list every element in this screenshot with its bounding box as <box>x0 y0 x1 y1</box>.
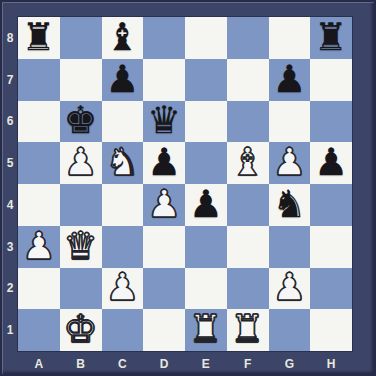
piece-white-pawn[interactable]: ♟ <box>272 143 306 181</box>
file-label-d: D <box>143 353 185 374</box>
square-e7[interactable] <box>185 59 227 101</box>
square-g1[interactable] <box>269 309 311 351</box>
square-c6[interactable] <box>102 101 144 143</box>
piece-black-pawn[interactable]: ♟ <box>147 143 181 181</box>
piece-black-queen[interactable]: ♛ <box>147 101 181 139</box>
square-b1[interactable]: ♚ <box>60 309 102 351</box>
square-e6[interactable] <box>185 101 227 143</box>
piece-black-king[interactable]: ♚ <box>64 101 98 139</box>
square-f1[interactable]: ♜ <box>227 309 269 351</box>
piece-white-knight[interactable]: ♞ <box>105 143 139 181</box>
piece-white-queen[interactable]: ♛ <box>64 227 98 265</box>
square-c5[interactable]: ♞ <box>102 142 144 184</box>
square-f6[interactable] <box>227 101 269 143</box>
piece-white-king[interactable]: ♚ <box>64 310 98 348</box>
square-c8[interactable]: ♝ <box>102 17 144 59</box>
square-b6[interactable]: ♚ <box>60 101 102 143</box>
square-d2[interactable] <box>143 268 185 310</box>
piece-white-rook[interactable]: ♜ <box>231 310 265 348</box>
square-b4[interactable] <box>60 184 102 226</box>
square-g8[interactable] <box>269 17 311 59</box>
square-b5[interactable]: ♟ <box>60 142 102 184</box>
square-a3[interactable]: ♟ <box>18 226 60 268</box>
square-a6[interactable] <box>18 101 60 143</box>
square-e3[interactable] <box>185 226 227 268</box>
rank-label-1: 1 <box>2 309 18 351</box>
piece-black-rook[interactable]: ♜ <box>314 18 348 56</box>
square-b7[interactable] <box>60 59 102 101</box>
square-f7[interactable] <box>227 59 269 101</box>
piece-black-pawn[interactable]: ♟ <box>272 60 306 98</box>
file-label-g: G <box>269 353 311 374</box>
rank-label-4: 4 <box>2 184 18 226</box>
square-h6[interactable] <box>310 101 352 143</box>
square-g2[interactable]: ♟ <box>269 268 311 310</box>
chess-board-frame: ♜♝♜♟♟♚♛♟♞♟♝♟♟♟♟♞♟♛♟♟♚♜♜ 87654321ABCDEFGH <box>0 0 376 376</box>
square-e5[interactable] <box>185 142 227 184</box>
square-g6[interactable] <box>269 101 311 143</box>
square-d3[interactable] <box>143 226 185 268</box>
square-a5[interactable] <box>18 142 60 184</box>
square-d7[interactable] <box>143 59 185 101</box>
square-f5[interactable]: ♝ <box>227 142 269 184</box>
square-h1[interactable] <box>310 309 352 351</box>
square-c7[interactable]: ♟ <box>102 59 144 101</box>
square-c4[interactable] <box>102 184 144 226</box>
square-a7[interactable] <box>18 59 60 101</box>
rank-label-7: 7 <box>2 59 18 101</box>
chess-board: ♜♝♜♟♟♚♛♟♞♟♝♟♟♟♟♞♟♛♟♟♚♜♜ <box>18 17 352 351</box>
square-f3[interactable] <box>227 226 269 268</box>
piece-black-knight[interactable]: ♞ <box>272 185 306 223</box>
piece-black-bishop[interactable]: ♝ <box>105 18 139 56</box>
file-label-a: A <box>18 353 60 374</box>
square-f8[interactable] <box>227 17 269 59</box>
square-a8[interactable]: ♜ <box>18 17 60 59</box>
square-g4[interactable]: ♞ <box>269 184 311 226</box>
square-d8[interactable] <box>143 17 185 59</box>
square-g5[interactable]: ♟ <box>269 142 311 184</box>
square-h3[interactable] <box>310 226 352 268</box>
square-a1[interactable] <box>18 309 60 351</box>
file-label-f: F <box>227 353 269 374</box>
file-label-h: H <box>310 353 352 374</box>
piece-black-pawn[interactable]: ♟ <box>105 60 139 98</box>
piece-white-pawn[interactable]: ♟ <box>272 268 306 306</box>
rank-label-2: 2 <box>2 268 18 310</box>
square-a4[interactable] <box>18 184 60 226</box>
square-h5[interactable]: ♟ <box>310 142 352 184</box>
square-c3[interactable] <box>102 226 144 268</box>
file-label-c: C <box>102 353 144 374</box>
rank-label-6: 6 <box>2 101 18 143</box>
square-h4[interactable] <box>310 184 352 226</box>
rank-label-8: 8 <box>2 17 18 59</box>
square-b3[interactable]: ♛ <box>60 226 102 268</box>
square-b2[interactable] <box>60 268 102 310</box>
square-g3[interactable] <box>269 226 311 268</box>
piece-white-bishop[interactable]: ♝ <box>231 143 265 181</box>
square-h2[interactable] <box>310 268 352 310</box>
piece-black-pawn[interactable]: ♟ <box>314 143 348 181</box>
square-c1[interactable] <box>102 309 144 351</box>
square-e1[interactable]: ♜ <box>185 309 227 351</box>
piece-black-pawn[interactable]: ♟ <box>189 185 223 223</box>
square-h7[interactable] <box>310 59 352 101</box>
square-h8[interactable]: ♜ <box>310 17 352 59</box>
piece-white-pawn[interactable]: ♟ <box>147 185 181 223</box>
square-d6[interactable]: ♛ <box>143 101 185 143</box>
file-label-e: E <box>185 353 227 374</box>
square-a2[interactable] <box>18 268 60 310</box>
piece-black-rook[interactable]: ♜ <box>22 18 56 56</box>
square-f2[interactable] <box>227 268 269 310</box>
piece-white-rook[interactable]: ♜ <box>189 310 223 348</box>
piece-white-pawn[interactable]: ♟ <box>64 143 98 181</box>
square-e4[interactable]: ♟ <box>185 184 227 226</box>
square-b8[interactable] <box>60 17 102 59</box>
square-d5[interactable]: ♟ <box>143 142 185 184</box>
piece-white-pawn[interactable]: ♟ <box>22 227 56 265</box>
square-g7[interactable]: ♟ <box>269 59 311 101</box>
square-d4[interactable]: ♟ <box>143 184 185 226</box>
file-label-b: B <box>60 353 102 374</box>
rank-label-3: 3 <box>2 226 18 268</box>
piece-white-pawn[interactable]: ♟ <box>105 268 139 306</box>
square-c2[interactable]: ♟ <box>102 268 144 310</box>
square-e2[interactable] <box>185 268 227 310</box>
square-d1[interactable] <box>143 309 185 351</box>
rank-label-5: 5 <box>2 142 18 184</box>
square-f4[interactable] <box>227 184 269 226</box>
square-e8[interactable] <box>185 17 227 59</box>
